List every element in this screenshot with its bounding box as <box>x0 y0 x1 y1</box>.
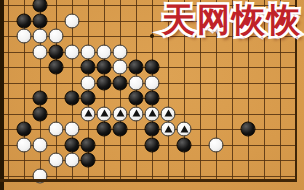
stone-black[interactable] <box>97 60 112 75</box>
stone-black[interactable] <box>129 60 144 75</box>
stone-white[interactable] <box>33 137 48 152</box>
stone-white[interactable] <box>145 75 160 90</box>
stone-black[interactable] <box>17 122 32 137</box>
stone-white-marked[interactable] <box>113 106 128 121</box>
stone-black[interactable] <box>65 137 80 152</box>
banner-text: 天网恢恢 <box>162 2 302 38</box>
triangle-mark-icon <box>164 110 172 117</box>
board-bottom-frame <box>0 179 297 182</box>
stone-black[interactable] <box>17 13 32 28</box>
stone-black[interactable] <box>81 153 96 168</box>
stone-black[interactable] <box>33 0 48 13</box>
stone-black[interactable] <box>65 91 80 106</box>
stone-white-marked[interactable] <box>161 122 176 137</box>
stone-white[interactable] <box>65 44 80 59</box>
stone-black[interactable] <box>113 122 128 137</box>
stone-black[interactable] <box>81 137 96 152</box>
stone-white[interactable] <box>65 13 80 28</box>
stone-white[interactable] <box>113 60 128 75</box>
stone-black[interactable] <box>241 122 256 137</box>
stone-white[interactable] <box>97 44 112 59</box>
triangle-mark-icon <box>148 110 156 117</box>
stone-white[interactable] <box>65 122 80 137</box>
stone-white[interactable] <box>33 29 48 44</box>
stone-black[interactable] <box>177 137 192 152</box>
grid-line-vertical <box>8 0 9 181</box>
stone-white[interactable] <box>81 44 96 59</box>
stone-white[interactable] <box>49 122 64 137</box>
go-board[interactable]: 天网恢恢 <box>0 0 304 190</box>
stone-white[interactable] <box>33 44 48 59</box>
stone-black[interactable] <box>33 91 48 106</box>
stone-black[interactable] <box>33 106 48 121</box>
stone-black[interactable] <box>145 91 160 106</box>
stone-white[interactable] <box>49 29 64 44</box>
triangle-mark-icon <box>132 110 140 117</box>
stone-white[interactable] <box>49 153 64 168</box>
stone-black[interactable] <box>97 75 112 90</box>
stone-white[interactable] <box>129 75 144 90</box>
stone-white[interactable] <box>17 137 32 152</box>
triangle-mark-icon <box>116 110 124 117</box>
star-point <box>150 34 154 38</box>
stone-black[interactable] <box>33 13 48 28</box>
triangle-mark-icon <box>180 125 188 132</box>
stone-black[interactable] <box>113 75 128 90</box>
stone-white[interactable] <box>209 137 224 152</box>
stone-black[interactable] <box>145 60 160 75</box>
stone-white[interactable] <box>81 75 96 90</box>
stone-white-marked[interactable] <box>129 106 144 121</box>
triangle-mark-icon <box>100 110 108 117</box>
stone-white-marked[interactable] <box>97 106 112 121</box>
grid-line-vertical <box>120 0 121 181</box>
grid-line-vertical <box>104 0 105 181</box>
stone-black[interactable] <box>49 60 64 75</box>
stone-white-marked[interactable] <box>161 106 176 121</box>
stone-black[interactable] <box>49 44 64 59</box>
stone-black[interactable] <box>81 91 96 106</box>
stone-black[interactable] <box>145 122 160 137</box>
triangle-mark-icon <box>84 110 92 117</box>
stone-white[interactable] <box>17 29 32 44</box>
board-left-frame <box>0 0 4 190</box>
stone-white-marked[interactable] <box>81 106 96 121</box>
stone-white-marked[interactable] <box>177 122 192 137</box>
stone-black[interactable] <box>97 122 112 137</box>
grid-line-horizontal <box>3 160 296 161</box>
stone-black[interactable] <box>145 137 160 152</box>
stone-white[interactable] <box>113 44 128 59</box>
stone-white[interactable] <box>65 153 80 168</box>
stone-white-marked[interactable] <box>145 106 160 121</box>
triangle-mark-icon <box>164 125 172 132</box>
stone-black[interactable] <box>81 60 96 75</box>
stone-black[interactable] <box>129 91 144 106</box>
